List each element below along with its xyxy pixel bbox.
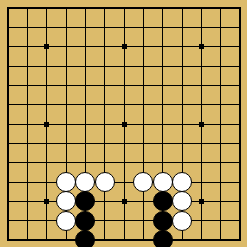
star-point bbox=[199, 44, 204, 49]
grid-line-vertical bbox=[220, 8, 221, 240]
star-point bbox=[199, 199, 204, 204]
white-stone[interactable] bbox=[172, 172, 192, 192]
black-stone[interactable] bbox=[153, 211, 173, 231]
white-stone[interactable] bbox=[95, 172, 115, 192]
star-point bbox=[44, 122, 49, 127]
star-point bbox=[44, 44, 49, 49]
black-stone[interactable] bbox=[153, 191, 173, 211]
star-point bbox=[122, 122, 127, 127]
white-stone[interactable] bbox=[172, 211, 192, 231]
white-stone[interactable] bbox=[56, 211, 76, 231]
grid-line-vertical bbox=[143, 8, 144, 240]
star-point bbox=[199, 122, 204, 127]
star-point bbox=[44, 199, 49, 204]
black-stone[interactable] bbox=[75, 211, 95, 231]
white-stone[interactable] bbox=[153, 172, 173, 192]
go-board[interactable] bbox=[0, 0, 247, 247]
grid-line-horizontal bbox=[8, 182, 240, 183]
black-stone[interactable] bbox=[153, 230, 173, 247]
grid-line-horizontal bbox=[8, 143, 240, 144]
black-stone[interactable] bbox=[75, 230, 95, 247]
grid-line-horizontal bbox=[8, 220, 240, 221]
star-point bbox=[122, 199, 127, 204]
star-point bbox=[122, 44, 127, 49]
grid-line-horizontal bbox=[8, 162, 240, 163]
white-stone[interactable] bbox=[56, 172, 76, 192]
